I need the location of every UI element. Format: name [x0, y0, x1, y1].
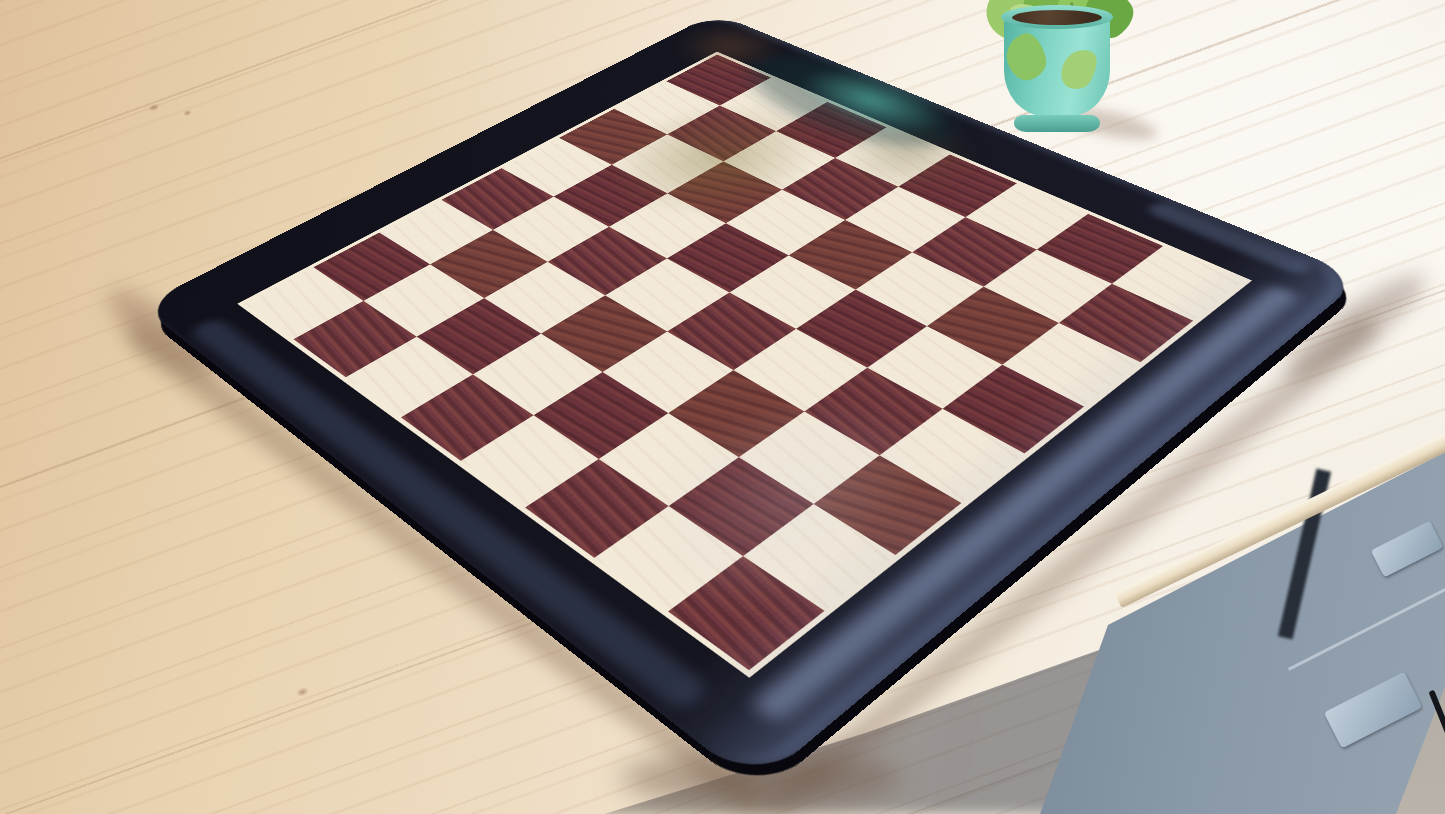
chess-board: [140, 13, 1363, 787]
photo-scene: [0, 0, 1445, 814]
drawer-seam: [1288, 573, 1445, 671]
drawer-handle[interactable]: [1371, 521, 1443, 578]
wood-knot: [295, 686, 310, 698]
power-cable: [1428, 690, 1445, 761]
pot-soil: [1012, 10, 1102, 25]
wood-knot: [182, 109, 192, 117]
plant-pot: [1001, 0, 1113, 132]
playing-field: [237, 52, 1252, 678]
pot-saucer: [1014, 115, 1100, 132]
wood-knot: [147, 102, 161, 112]
drawer-handle[interactable]: [1324, 672, 1422, 748]
